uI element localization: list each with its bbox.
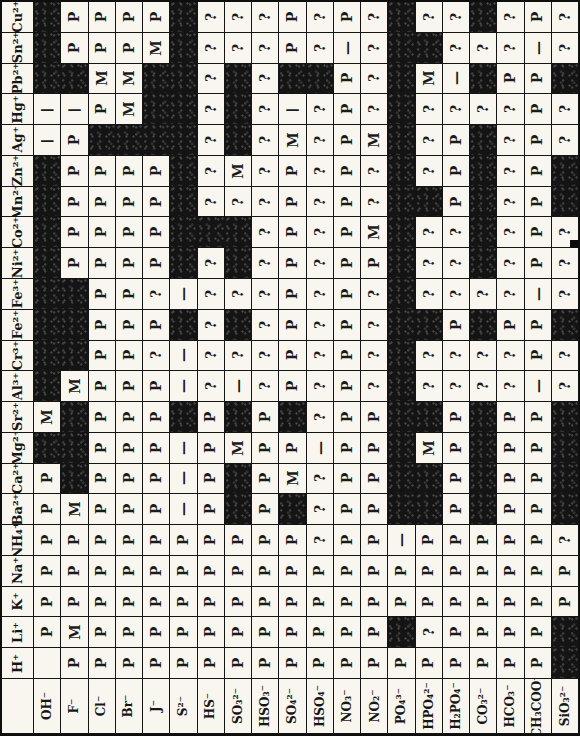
cell-glyph: P bbox=[557, 596, 573, 607]
grid-cell: ? bbox=[198, 279, 225, 310]
cell-glyph: P bbox=[448, 165, 464, 176]
cell-glyph: ? bbox=[257, 105, 273, 113]
grid-cell: — bbox=[170, 433, 197, 464]
grid-cell bbox=[61, 402, 88, 433]
grid-cell: ? bbox=[225, 33, 252, 64]
cation-label: Fe²⁺ bbox=[2, 310, 34, 341]
cell-glyph: ? bbox=[421, 228, 437, 236]
cell-glyph: P bbox=[121, 658, 137, 669]
anion-label: HPO₄²⁻ bbox=[416, 679, 443, 734]
cell-glyph: P bbox=[121, 42, 137, 53]
label-text: Fe³⁺ bbox=[10, 279, 25, 308]
grid-cell: P bbox=[470, 617, 497, 648]
grid-cell: ? bbox=[361, 94, 388, 125]
cell-glyph: ? bbox=[421, 382, 437, 390]
grid-cell: — bbox=[170, 279, 197, 310]
grid-cell bbox=[34, 2, 61, 33]
grid-cell: P bbox=[225, 648, 252, 679]
cation-label: K⁺ bbox=[2, 587, 34, 618]
grid-cell: — bbox=[61, 94, 88, 125]
grid-cell: ? bbox=[552, 248, 579, 279]
grid-cell: ? bbox=[552, 94, 579, 125]
cell-glyph: P bbox=[312, 627, 328, 638]
anion-label: HCO₃⁻ bbox=[497, 679, 524, 734]
grid-cell: ? bbox=[443, 341, 470, 372]
grid-cell: P bbox=[525, 648, 552, 679]
cell-glyph: P bbox=[448, 319, 464, 330]
cell-glyph: P bbox=[339, 73, 355, 84]
grid-cell: ? bbox=[443, 371, 470, 402]
grid-cell bbox=[225, 464, 252, 495]
grid-cell: — bbox=[34, 125, 61, 156]
cell-glyph: — bbox=[285, 101, 299, 117]
cation-label: Sr²⁺ bbox=[2, 402, 34, 433]
grid-cell: P bbox=[497, 587, 524, 618]
grid-cell: ? bbox=[497, 279, 524, 310]
grid-cell bbox=[470, 248, 497, 279]
grid-cell: ? bbox=[361, 310, 388, 341]
grid-cell: P bbox=[143, 371, 170, 402]
cell-glyph: ? bbox=[312, 259, 328, 267]
cell-glyph: ? bbox=[312, 413, 328, 421]
grid-cell bbox=[225, 125, 252, 156]
grid-cell: ? bbox=[361, 279, 388, 310]
grid-cell: P bbox=[198, 648, 225, 679]
grid-cell: ? bbox=[198, 2, 225, 33]
label-text: Sr²⁺ bbox=[10, 403, 25, 432]
grid-cell: ? bbox=[225, 187, 252, 218]
grid-cell: ? bbox=[416, 248, 443, 279]
grid-cell: P bbox=[198, 494, 225, 525]
grid-cell: P bbox=[334, 2, 361, 33]
grid-cell: ? bbox=[307, 341, 334, 372]
grid-cell: P bbox=[279, 217, 306, 248]
cell-glyph: P bbox=[530, 104, 546, 115]
cell-glyph: M bbox=[66, 378, 82, 394]
grid-cell bbox=[34, 33, 61, 64]
cell-glyph: ? bbox=[502, 44, 518, 52]
grid-cell bbox=[34, 433, 61, 464]
cell-glyph: ? bbox=[230, 290, 246, 298]
grid-cell: ? bbox=[497, 187, 524, 218]
grid-cell: P bbox=[198, 433, 225, 464]
grid-cell: P bbox=[252, 402, 279, 433]
label-text: H⁺ bbox=[10, 654, 25, 673]
label-text: Br⁻ bbox=[122, 695, 136, 718]
cation-label: Mg²⁺ bbox=[2, 433, 34, 464]
grid-cell: ? bbox=[198, 310, 225, 341]
cell-glyph: P bbox=[475, 627, 491, 638]
cell-glyph: ? bbox=[366, 44, 382, 52]
cell-glyph: ? bbox=[148, 290, 164, 298]
grid-cell: ? bbox=[307, 2, 334, 33]
grid-cell bbox=[225, 217, 252, 248]
label-text: Zn²⁺ bbox=[10, 156, 25, 187]
cell-glyph: P bbox=[530, 135, 546, 146]
grid-cell bbox=[225, 94, 252, 125]
label-text: SiO₃²⁻ bbox=[558, 686, 572, 727]
cell-glyph: P bbox=[530, 350, 546, 361]
grid-cell bbox=[225, 402, 252, 433]
label-text: Mn²⁺ bbox=[10, 187, 25, 218]
cell-glyph: P bbox=[312, 658, 328, 669]
cell-glyph: P bbox=[339, 596, 355, 607]
grid-cell: ? bbox=[252, 125, 279, 156]
grid-cell: ? bbox=[198, 187, 225, 218]
grid-cell bbox=[552, 464, 579, 495]
grid-cell bbox=[470, 64, 497, 95]
cell-glyph: P bbox=[284, 319, 300, 330]
label-text: SO₄²⁻ bbox=[285, 688, 299, 724]
grid-cell: ? bbox=[416, 617, 443, 648]
grid-cell: ? bbox=[252, 2, 279, 33]
grid-cell: — bbox=[307, 433, 334, 464]
cell-glyph: M bbox=[284, 132, 300, 148]
label-text: NO₃⁻ bbox=[340, 689, 354, 722]
label-text: NO₂⁻ bbox=[367, 689, 381, 722]
grid-cell: ? bbox=[361, 64, 388, 95]
grid-cell bbox=[388, 371, 415, 402]
cation-label: Ag⁺ bbox=[2, 125, 34, 156]
grid-cell: P bbox=[416, 587, 443, 618]
label-text: Cr³⁺ bbox=[10, 341, 25, 371]
cell-glyph: — bbox=[530, 287, 546, 301]
cation-label: Ni²⁺ bbox=[2, 248, 34, 279]
grid-cell: P bbox=[525, 525, 552, 556]
grid-cell bbox=[225, 64, 252, 95]
cell-glyph: P bbox=[339, 627, 355, 638]
grid-cell bbox=[552, 187, 579, 218]
grid-cell bbox=[61, 464, 88, 495]
label-text: Ag⁺ bbox=[10, 127, 25, 153]
grid-cell: P bbox=[497, 494, 524, 525]
cell-glyph: P bbox=[121, 473, 137, 484]
grid-cell: P bbox=[89, 341, 116, 372]
grid-cell: P bbox=[61, 648, 88, 679]
grid-cell bbox=[225, 310, 252, 341]
cell-glyph: P bbox=[94, 566, 110, 577]
cell-glyph: ? bbox=[366, 167, 382, 175]
grid-cell: ? bbox=[443, 33, 470, 64]
grid-cell: P bbox=[443, 402, 470, 433]
cell-glyph: M bbox=[366, 132, 382, 148]
grid-cell: P bbox=[143, 464, 170, 495]
grid-cell: P bbox=[89, 648, 116, 679]
grid-cell: P bbox=[252, 494, 279, 525]
cell-glyph: P bbox=[230, 627, 246, 638]
grid-cell: P bbox=[334, 371, 361, 402]
grid-cell: P bbox=[143, 248, 170, 279]
cation-label: Ba²⁺ bbox=[2, 494, 34, 525]
grid-cell: P bbox=[61, 156, 88, 187]
cell-glyph: M bbox=[366, 225, 382, 241]
grid-cell bbox=[388, 433, 415, 464]
cell-glyph: ? bbox=[203, 290, 219, 298]
grid-cell: P bbox=[307, 617, 334, 648]
cell-glyph: P bbox=[366, 535, 382, 546]
grid-cell: ? bbox=[252, 64, 279, 95]
grid-cell: — bbox=[170, 341, 197, 372]
cell-glyph: ? bbox=[557, 259, 573, 267]
cell-glyph: P bbox=[203, 658, 219, 669]
cell-glyph: M bbox=[421, 440, 437, 456]
grid-cell: — bbox=[525, 279, 552, 310]
grid-cell bbox=[388, 156, 415, 187]
cell-glyph: ? bbox=[421, 105, 437, 113]
label-text: Fe²⁺ bbox=[10, 310, 25, 339]
cell-glyph: ? bbox=[312, 382, 328, 390]
grid-cell bbox=[61, 64, 88, 95]
cell-glyph: ? bbox=[312, 536, 328, 544]
grid-cell: P bbox=[89, 156, 116, 187]
cell-glyph: P bbox=[148, 227, 164, 238]
cell-glyph: — bbox=[339, 41, 355, 55]
cation-label: Hg⁺ bbox=[2, 94, 34, 125]
grid-cell: ? bbox=[552, 279, 579, 310]
grid-cell: P bbox=[89, 33, 116, 64]
grid-cell: P bbox=[361, 556, 388, 587]
grid-cell: M bbox=[61, 494, 88, 525]
grid-cell: P bbox=[497, 525, 524, 556]
grid-cell: ? bbox=[497, 33, 524, 64]
grid-cell: P bbox=[334, 279, 361, 310]
grid-cell bbox=[388, 125, 415, 156]
grid-cell: P bbox=[525, 341, 552, 372]
grid-cell: P bbox=[525, 587, 552, 618]
grid-cell: P bbox=[89, 279, 116, 310]
cell-glyph: P bbox=[230, 596, 246, 607]
anion-label: S²⁻ bbox=[170, 679, 197, 734]
cell-glyph: P bbox=[121, 412, 137, 423]
grid-cell: ? bbox=[443, 94, 470, 125]
cell-glyph: P bbox=[121, 596, 137, 607]
grid-cell: P bbox=[34, 464, 61, 495]
cation-label: Pb²⁺ bbox=[2, 64, 34, 95]
label-text: OH⁻ bbox=[40, 692, 54, 720]
grid-cell: ? bbox=[252, 156, 279, 187]
label-text: S²⁻ bbox=[176, 696, 190, 716]
grid-cell bbox=[170, 64, 197, 95]
grid-cell: P bbox=[116, 648, 143, 679]
cell-glyph: M bbox=[39, 409, 55, 425]
grid-cell: ? bbox=[470, 279, 497, 310]
anion-label: CO₃²⁻ bbox=[470, 679, 497, 734]
grid-cell: P bbox=[334, 402, 361, 433]
cell-glyph: ? bbox=[502, 167, 518, 175]
grid-cell: ? bbox=[552, 125, 579, 156]
grid-cell: P bbox=[143, 556, 170, 587]
cell-glyph: P bbox=[421, 596, 437, 607]
grid-cell bbox=[388, 33, 415, 64]
grid-cell: P bbox=[116, 187, 143, 218]
cell-glyph: ? bbox=[448, 351, 464, 359]
cell-glyph: ? bbox=[148, 351, 164, 359]
grid-cell: ? bbox=[307, 217, 334, 248]
cell-glyph: ? bbox=[312, 136, 328, 144]
cell-glyph: P bbox=[203, 473, 219, 484]
grid-cell: P bbox=[279, 433, 306, 464]
grid-cell: P bbox=[61, 248, 88, 279]
cell-glyph: P bbox=[530, 627, 546, 638]
grid-cell: ? bbox=[307, 94, 334, 125]
grid-cell: P bbox=[334, 587, 361, 618]
cell-glyph: — bbox=[40, 101, 54, 117]
cell-glyph: P bbox=[393, 596, 409, 607]
grid-cell: ? bbox=[497, 125, 524, 156]
grid-cell: P bbox=[116, 279, 143, 310]
cell-glyph: ? bbox=[312, 197, 328, 205]
label-text: HSO₃⁻ bbox=[258, 685, 272, 727]
grid-cell: P bbox=[497, 464, 524, 495]
cell-glyph: ? bbox=[475, 382, 491, 390]
grid-cell: P bbox=[279, 587, 306, 618]
grid-cell: — bbox=[525, 371, 552, 402]
grid-cell: P bbox=[252, 433, 279, 464]
cell-glyph: — bbox=[175, 471, 191, 485]
grid-cell: P bbox=[225, 617, 252, 648]
cell-glyph: P bbox=[39, 596, 55, 607]
cell-glyph: P bbox=[257, 535, 273, 546]
cell-glyph: P bbox=[66, 596, 82, 607]
cell-glyph: ? bbox=[448, 13, 464, 21]
cell-glyph: P bbox=[230, 566, 246, 577]
grid-cell: M bbox=[143, 33, 170, 64]
cell-glyph: P bbox=[448, 658, 464, 669]
grid-cell bbox=[34, 248, 61, 279]
grid-cell: P bbox=[61, 587, 88, 618]
grid-cell: M bbox=[416, 433, 443, 464]
grid-cell: P bbox=[89, 310, 116, 341]
grid-cell: P bbox=[525, 94, 552, 125]
grid-cell bbox=[470, 125, 497, 156]
grid-cell bbox=[116, 125, 143, 156]
cell-glyph: P bbox=[502, 627, 518, 638]
cell-glyph: M bbox=[66, 625, 82, 641]
cell-glyph: P bbox=[530, 412, 546, 423]
label-text: Mg²⁺ bbox=[10, 433, 25, 464]
grid-cell: P bbox=[279, 310, 306, 341]
grid-cell: ? bbox=[198, 125, 225, 156]
cell-glyph: — bbox=[67, 101, 81, 117]
grid-cell: — bbox=[279, 94, 306, 125]
cell-glyph: P bbox=[502, 73, 518, 84]
grid-cell: P bbox=[279, 248, 306, 279]
grid-cell: P bbox=[525, 125, 552, 156]
grid-cell: P bbox=[143, 156, 170, 187]
cell-glyph: P bbox=[257, 566, 273, 577]
grid-cell bbox=[61, 279, 88, 310]
cell-glyph: ? bbox=[502, 136, 518, 144]
grid-cell: M bbox=[416, 64, 443, 95]
cell-glyph: P bbox=[284, 289, 300, 300]
grid-cell bbox=[89, 125, 116, 156]
cell-glyph: P bbox=[530, 12, 546, 23]
cell-glyph: M bbox=[284, 471, 300, 487]
cell-glyph: P bbox=[203, 535, 219, 546]
grid-cell: ? bbox=[361, 371, 388, 402]
grid-cell: ? bbox=[443, 2, 470, 33]
cell-glyph: P bbox=[530, 596, 546, 607]
label-text: Ca²⁺ bbox=[10, 464, 25, 495]
cell-glyph: ? bbox=[448, 44, 464, 52]
grid-cell bbox=[416, 33, 443, 64]
cell-glyph: P bbox=[530, 319, 546, 330]
label-text: Cu²⁺ bbox=[10, 2, 25, 33]
cell-glyph: P bbox=[284, 227, 300, 238]
cell-glyph: P bbox=[148, 658, 164, 669]
grid-cell: ? bbox=[470, 371, 497, 402]
grid-cell: P bbox=[279, 33, 306, 64]
cell-glyph: P bbox=[366, 442, 382, 453]
grid-cell: P bbox=[361, 648, 388, 679]
grid-cell: P bbox=[89, 433, 116, 464]
cell-glyph: — bbox=[230, 379, 246, 393]
grid-cell: P bbox=[443, 494, 470, 525]
grid-cell: P bbox=[279, 556, 306, 587]
cell-glyph: P bbox=[203, 412, 219, 423]
cell-glyph: P bbox=[94, 289, 110, 300]
cell-glyph: P bbox=[94, 165, 110, 176]
cell-glyph: P bbox=[257, 627, 273, 638]
cell-glyph: P bbox=[148, 319, 164, 330]
cell-glyph: — bbox=[40, 132, 54, 148]
cell-glyph: P bbox=[284, 196, 300, 207]
cell-glyph: ? bbox=[312, 13, 328, 21]
grid-cell: P bbox=[279, 156, 306, 187]
cell-glyph: P bbox=[94, 596, 110, 607]
grid-cell: ? bbox=[470, 33, 497, 64]
grid-cell bbox=[170, 187, 197, 218]
cell-glyph: P bbox=[448, 566, 464, 577]
grid-cell: P bbox=[225, 525, 252, 556]
grid-cell: P bbox=[443, 187, 470, 218]
grid-cell: P bbox=[334, 94, 361, 125]
grid-cell bbox=[416, 310, 443, 341]
grid-cell bbox=[170, 33, 197, 64]
grid-cell bbox=[279, 402, 306, 433]
grid-cell: — bbox=[34, 94, 61, 125]
cell-glyph: ? bbox=[421, 351, 437, 359]
cell-glyph: ? bbox=[366, 74, 382, 82]
cell-glyph: P bbox=[339, 289, 355, 300]
cell-glyph: P bbox=[284, 165, 300, 176]
grid-cell: P bbox=[116, 433, 143, 464]
cell-glyph: P bbox=[366, 473, 382, 484]
cell-glyph: P bbox=[530, 442, 546, 453]
grid-cell: P bbox=[225, 587, 252, 618]
cell-glyph: P bbox=[94, 227, 110, 238]
cell-glyph: ? bbox=[557, 382, 573, 390]
grid-cell: P bbox=[34, 494, 61, 525]
grid-cell: P bbox=[61, 525, 88, 556]
grid-cell bbox=[34, 64, 61, 95]
grid-cell: P bbox=[334, 617, 361, 648]
grid-cell: P bbox=[470, 525, 497, 556]
grid-cell: P bbox=[388, 587, 415, 618]
grid-cell bbox=[416, 187, 443, 218]
cell-glyph: P bbox=[39, 473, 55, 484]
cell-glyph: P bbox=[339, 442, 355, 453]
grid-cell: P bbox=[89, 94, 116, 125]
cell-glyph: M bbox=[421, 71, 437, 87]
grid-cell bbox=[34, 648, 61, 679]
grid-cell: P bbox=[143, 525, 170, 556]
grid-cell: P bbox=[416, 556, 443, 587]
cell-glyph: P bbox=[94, 350, 110, 361]
cell-glyph: P bbox=[502, 442, 518, 453]
grid-cell: M bbox=[225, 433, 252, 464]
grid-cell bbox=[470, 187, 497, 218]
